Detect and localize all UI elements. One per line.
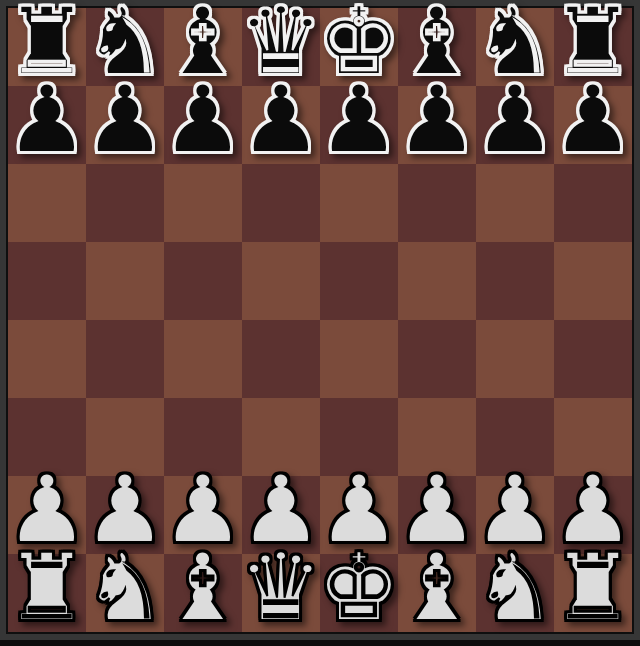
- square-h1[interactable]: ♜: [554, 554, 632, 632]
- piece-white-knight[interactable]: ♞: [473, 549, 557, 627]
- square-e1[interactable]: ♚: [320, 554, 398, 632]
- square-f1[interactable]: ♝: [398, 554, 476, 632]
- piece-white-knight[interactable]: ♞: [83, 549, 167, 627]
- piece-black-pawn[interactable]: ♟: [317, 81, 401, 159]
- chessboard: ♜♞♝♛♚♝♞♜♟♟♟♟♟♟♟♟♟♟♟♟♟♟♟♟♜♞♝♛♚♝♞♜: [6, 6, 634, 634]
- piece-white-bishop[interactable]: ♝: [395, 549, 479, 627]
- square-b5[interactable]: [86, 242, 164, 320]
- square-c7[interactable]: ♟: [164, 86, 242, 164]
- piece-white-king[interactable]: ♚: [317, 549, 401, 627]
- square-b6[interactable]: [86, 164, 164, 242]
- square-a4[interactable]: [8, 320, 86, 398]
- square-b7[interactable]: ♟: [86, 86, 164, 164]
- square-e5[interactable]: [320, 242, 398, 320]
- square-g6[interactable]: [476, 164, 554, 242]
- square-c6[interactable]: [164, 164, 242, 242]
- square-c4[interactable]: [164, 320, 242, 398]
- piece-black-pawn[interactable]: ♟: [551, 81, 635, 159]
- square-a6[interactable]: [8, 164, 86, 242]
- square-g4[interactable]: [476, 320, 554, 398]
- square-h7[interactable]: ♟: [554, 86, 632, 164]
- square-d7[interactable]: ♟: [242, 86, 320, 164]
- piece-white-queen[interactable]: ♛: [239, 549, 323, 627]
- board-frame: ♜♞♝♛♚♝♞♜♟♟♟♟♟♟♟♟♟♟♟♟♟♟♟♟♜♞♝♛♚♝♞♜: [0, 0, 640, 640]
- piece-white-rook[interactable]: ♜: [5, 549, 89, 627]
- square-d6[interactable]: [242, 164, 320, 242]
- square-c5[interactable]: [164, 242, 242, 320]
- square-d4[interactable]: [242, 320, 320, 398]
- square-f7[interactable]: ♟: [398, 86, 476, 164]
- square-e6[interactable]: [320, 164, 398, 242]
- square-c1[interactable]: ♝: [164, 554, 242, 632]
- square-h4[interactable]: [554, 320, 632, 398]
- square-e4[interactable]: [320, 320, 398, 398]
- piece-black-pawn[interactable]: ♟: [5, 81, 89, 159]
- piece-black-pawn[interactable]: ♟: [473, 81, 557, 159]
- square-d5[interactable]: [242, 242, 320, 320]
- square-a1[interactable]: ♜: [8, 554, 86, 632]
- square-g5[interactable]: [476, 242, 554, 320]
- square-b1[interactable]: ♞: [86, 554, 164, 632]
- square-h6[interactable]: [554, 164, 632, 242]
- square-f4[interactable]: [398, 320, 476, 398]
- piece-white-bishop[interactable]: ♝: [161, 549, 245, 627]
- screen: ♜♞♝♛♚♝♞♜♟♟♟♟♟♟♟♟♟♟♟♟♟♟♟♟♜♞♝♛♚♝♞♜: [0, 0, 640, 646]
- piece-black-pawn[interactable]: ♟: [239, 81, 323, 159]
- piece-black-pawn[interactable]: ♟: [83, 81, 167, 159]
- square-e7[interactable]: ♟: [320, 86, 398, 164]
- square-a5[interactable]: [8, 242, 86, 320]
- square-f5[interactable]: [398, 242, 476, 320]
- square-h5[interactable]: [554, 242, 632, 320]
- square-f6[interactable]: [398, 164, 476, 242]
- square-a7[interactable]: ♟: [8, 86, 86, 164]
- piece-white-rook[interactable]: ♜: [551, 549, 635, 627]
- piece-black-pawn[interactable]: ♟: [161, 81, 245, 159]
- square-g7[interactable]: ♟: [476, 86, 554, 164]
- square-g1[interactable]: ♞: [476, 554, 554, 632]
- square-d1[interactable]: ♛: [242, 554, 320, 632]
- square-b4[interactable]: [86, 320, 164, 398]
- piece-black-pawn[interactable]: ♟: [395, 81, 479, 159]
